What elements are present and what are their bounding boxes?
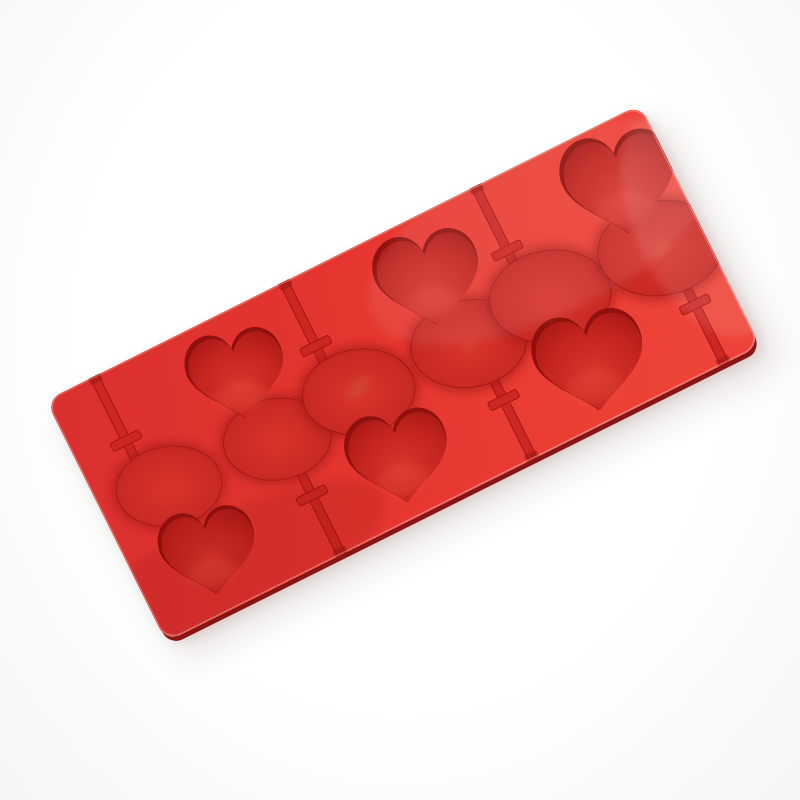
photo-background bbox=[0, 0, 800, 800]
silicone-mold bbox=[46, 104, 761, 642]
mold-graphic bbox=[46, 104, 761, 642]
